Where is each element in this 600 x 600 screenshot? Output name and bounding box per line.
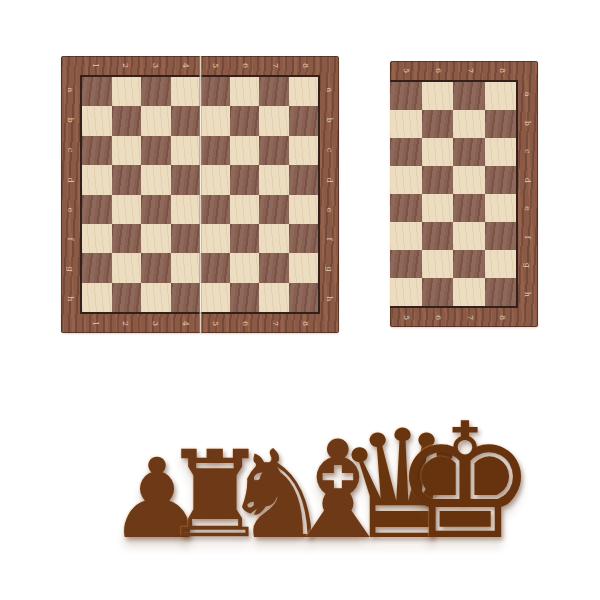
dark-square (200, 77, 230, 106)
dark-square (141, 77, 171, 106)
light-square (141, 165, 171, 194)
dark-square (230, 165, 260, 194)
dark-square (82, 253, 112, 282)
coord-label: c (514, 141, 543, 161)
light-square (422, 138, 454, 166)
light-square (289, 136, 319, 165)
light-square (485, 194, 517, 222)
dark-square (453, 138, 485, 166)
light-square (453, 166, 485, 194)
dark-square (485, 222, 517, 250)
coord-label: a (514, 84, 543, 104)
light-square (141, 224, 171, 253)
dark-square (141, 136, 171, 165)
light-square (422, 250, 454, 278)
coord-label: b (514, 113, 543, 133)
light-square (485, 82, 517, 110)
light-square (259, 106, 289, 135)
king-piece: ♚ (393, 402, 536, 562)
light-square (289, 253, 319, 282)
dark-square (171, 224, 201, 253)
light-square (112, 136, 142, 165)
dark-square (422, 110, 454, 138)
dark-square (485, 110, 517, 138)
coord-label: g (514, 255, 543, 275)
dark-square (200, 253, 230, 282)
light-square (453, 222, 485, 250)
light-square (230, 77, 260, 106)
dark-square (453, 194, 485, 222)
light-square (112, 195, 142, 224)
coord-label: f (514, 227, 543, 247)
dark-square (112, 283, 142, 312)
dark-square (200, 195, 230, 224)
light-square (200, 283, 230, 312)
dark-square (230, 283, 260, 312)
dark-square (171, 283, 201, 312)
light-square (171, 195, 201, 224)
light-square (171, 77, 201, 106)
dark-square (259, 195, 289, 224)
coord-label: h (514, 284, 543, 304)
light-square (390, 166, 422, 194)
light-square (259, 224, 289, 253)
light-square (390, 278, 422, 306)
light-square (141, 283, 171, 312)
open-chessboard: 12345678 abcdefgh abcdefgh 12345678 (61, 56, 339, 333)
dark-square (112, 165, 142, 194)
dark-square (82, 195, 112, 224)
dark-square (230, 106, 260, 135)
dark-square (289, 165, 319, 194)
dark-square (390, 194, 422, 222)
dark-square (141, 195, 171, 224)
light-square (171, 136, 201, 165)
dark-square (200, 136, 230, 165)
light-square (112, 77, 142, 106)
light-square (259, 165, 289, 194)
dark-square (390, 82, 422, 110)
folded-file-labels-top: 5678 (390, 61, 518, 80)
dark-square (259, 77, 289, 106)
light-square (200, 165, 230, 194)
dark-square (289, 283, 319, 312)
light-square (453, 110, 485, 138)
folded-chessboard: 5678 abcdefgh 5678 (390, 61, 538, 327)
light-square (453, 278, 485, 306)
dark-square (259, 136, 289, 165)
dark-square (422, 278, 454, 306)
light-square (289, 195, 319, 224)
light-square (112, 253, 142, 282)
coord-label: e (514, 198, 543, 218)
dark-square (171, 165, 201, 194)
dark-square (390, 138, 422, 166)
light-square (200, 224, 230, 253)
dark-square (82, 136, 112, 165)
rank-labels-left: abcdefgh (61, 75, 80, 314)
light-square (230, 195, 260, 224)
light-square (82, 283, 112, 312)
dark-square (453, 250, 485, 278)
light-square (422, 194, 454, 222)
coord-label: d (514, 170, 543, 190)
light-square (485, 250, 517, 278)
light-square (82, 106, 112, 135)
dark-square (485, 278, 517, 306)
dark-square (453, 82, 485, 110)
dark-square (141, 253, 171, 282)
dark-square (485, 166, 517, 194)
light-square (230, 136, 260, 165)
dark-square (289, 106, 319, 135)
light-square (171, 253, 201, 282)
light-square (200, 106, 230, 135)
folded-board-squares (390, 80, 518, 308)
dark-square (259, 253, 289, 282)
dark-square (289, 224, 319, 253)
light-square (141, 106, 171, 135)
light-square (82, 165, 112, 194)
rank-labels-right: abcdefgh (320, 75, 339, 314)
light-square (259, 283, 289, 312)
dark-square (422, 166, 454, 194)
light-square (390, 222, 422, 250)
folded-file-labels-bottom: 5678 (390, 308, 518, 327)
light-square (82, 224, 112, 253)
dark-square (82, 77, 112, 106)
dark-square (230, 224, 260, 253)
fold-seam (199, 56, 202, 333)
light-square (485, 138, 517, 166)
light-square (289, 77, 319, 106)
dark-square (390, 250, 422, 278)
dark-square (112, 224, 142, 253)
light-square (390, 110, 422, 138)
light-square (422, 82, 454, 110)
light-square (230, 253, 260, 282)
dark-square (171, 106, 201, 135)
dark-square (422, 222, 454, 250)
folded-rank-labels-right: abcdefgh (518, 80, 538, 308)
dark-square (112, 106, 142, 135)
